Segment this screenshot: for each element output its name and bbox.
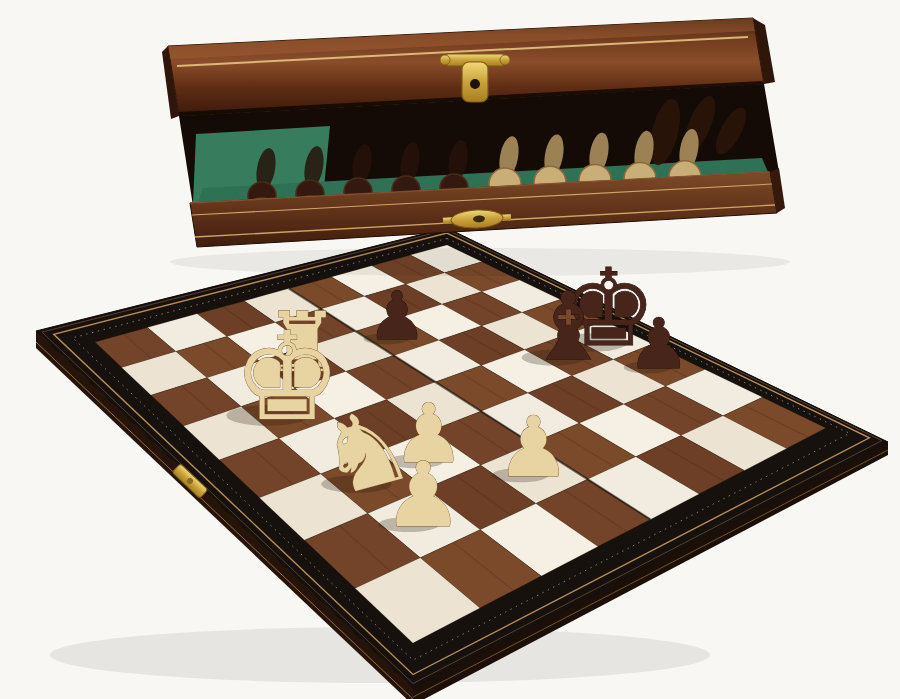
lid-latch-wing-left [440,55,450,65]
product-photo: ♚♟♝♟♜♚♟♟♞♟ [0,0,900,699]
storage-box [162,18,790,276]
piece-black-pawn-c5: ♟ [367,277,427,355]
chess-set-scene: ♚♟♝♟♜♚♟♟♞♟ [0,0,900,699]
lid-latch-hole [470,79,480,89]
piece-black-pawn-f8: ♟ [627,303,690,384]
piece-white-pawn-g2: ♟ [383,443,463,547]
lid-latch-wing-right [500,55,510,65]
piece-black-bishop-e7: ♝ [526,272,610,381]
box-shadow [170,248,790,276]
piece-white-pawn-g4: ♟ [496,399,571,496]
